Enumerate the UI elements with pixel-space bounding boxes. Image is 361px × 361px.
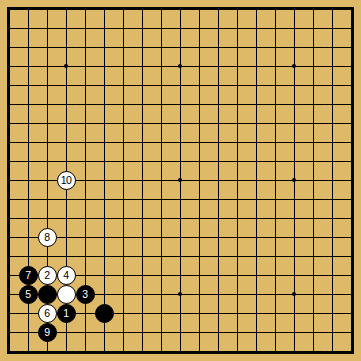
stone-black-9: 9 (38, 323, 57, 342)
stone-black-3: 3 (76, 285, 95, 304)
stone-white-4: 4 (57, 266, 76, 285)
stone-black-1: 1 (57, 304, 76, 323)
stone-black-5: 5 (19, 285, 38, 304)
stone-black (38, 285, 57, 304)
stone-white (57, 285, 76, 304)
stone-black (95, 304, 114, 323)
stone-white-8: 8 (38, 228, 57, 247)
stone-white-6: 6 (38, 304, 57, 323)
stone-white-2: 2 (38, 266, 57, 285)
stone-black-7: 7 (19, 266, 38, 285)
stones-layer: 12345678910 (0, 0, 361, 361)
stone-white-10: 10 (57, 171, 76, 190)
go-board: 12345678910 (0, 0, 361, 361)
